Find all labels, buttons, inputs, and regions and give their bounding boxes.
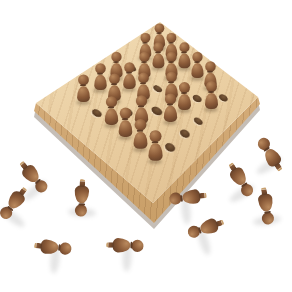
peg-body: [204, 93, 217, 109]
scattered-peg[interactable]: [72, 183, 91, 217]
peg-head: [59, 241, 72, 254]
peg-foot: [216, 220, 225, 228]
peg-neck: [130, 242, 132, 249]
peg-foot: [274, 163, 283, 172]
peg[interactable]: [162, 94, 178, 125]
product-photo-scene: [0, 0, 292, 292]
scattered-peg[interactable]: [38, 237, 73, 258]
peg[interactable]: [203, 81, 219, 111]
scattered-peg[interactable]: [226, 162, 258, 199]
peg-head: [262, 212, 276, 226]
scattered-peg[interactable]: [169, 188, 204, 209]
peg-head: [75, 204, 88, 217]
peg-body: [133, 132, 147, 149]
peg-body: [77, 86, 90, 102]
peg-body: [75, 185, 90, 203]
peg-body: [123, 74, 135, 89]
peg-foot: [199, 193, 207, 199]
peg-body: [178, 94, 191, 110]
peg-foot: [80, 179, 86, 187]
peg-foot: [106, 242, 114, 248]
scattered-peg[interactable]: [253, 134, 285, 171]
peg-body: [199, 218, 220, 237]
peg-body: [191, 63, 203, 78]
peg-neck: [78, 203, 85, 206]
scattered-peg[interactable]: [256, 190, 278, 225]
peg-body: [94, 74, 107, 89]
peg-body: [258, 193, 275, 212]
peg-head: [131, 239, 144, 252]
peg-body: [119, 120, 133, 137]
peg-body: [182, 189, 201, 205]
scattered-peg[interactable]: [110, 236, 144, 255]
peg-foot: [261, 187, 268, 195]
peg[interactable]: [75, 74, 91, 103]
peg-body: [40, 238, 59, 254]
peg[interactable]: [146, 131, 163, 164]
piece-layer: [0, 0, 292, 292]
peg-foot: [34, 242, 42, 248]
peg-body: [164, 106, 177, 122]
peg-body: [178, 53, 190, 68]
peg-body: [112, 237, 130, 252]
peg-body: [148, 144, 162, 161]
peg-body: [152, 53, 164, 68]
peg[interactable]: [176, 82, 192, 112]
